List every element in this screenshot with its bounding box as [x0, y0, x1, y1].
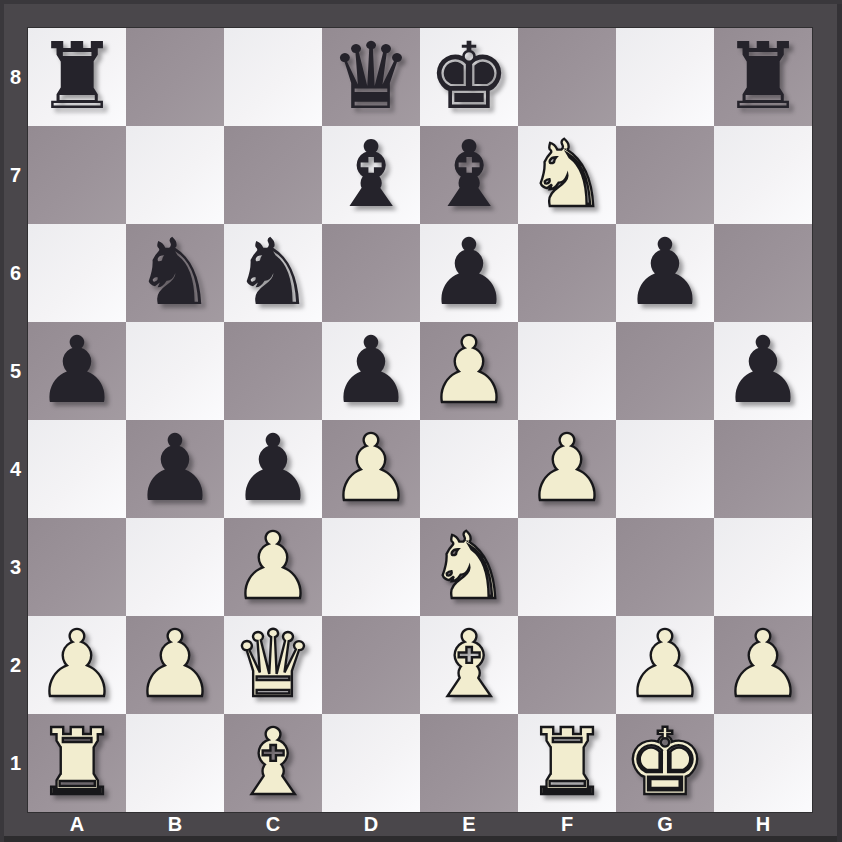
square-c8[interactable]: [224, 28, 322, 126]
file-label-e: E: [420, 812, 518, 836]
square-f1[interactable]: ♜: [518, 714, 616, 812]
piece-white-king: ♚: [624, 714, 706, 812]
piece-black-king: ♚: [428, 28, 510, 126]
rank-label-4: 4: [0, 420, 28, 518]
square-b8[interactable]: [126, 28, 224, 126]
square-b4[interactable]: ♟: [126, 420, 224, 518]
piece-black-pawn: ♟: [428, 224, 510, 322]
rank-labels: 87654321: [0, 28, 28, 812]
square-g1[interactable]: ♚: [616, 714, 714, 812]
square-e2[interactable]: ♝: [420, 616, 518, 714]
square-a4[interactable]: [28, 420, 126, 518]
piece-black-rook: ♜: [36, 28, 118, 126]
square-g4[interactable]: [616, 420, 714, 518]
square-h2[interactable]: ♟: [714, 616, 812, 714]
square-g3[interactable]: [616, 518, 714, 616]
square-g7[interactable]: [616, 126, 714, 224]
square-c7[interactable]: [224, 126, 322, 224]
piece-white-knight: ♞: [526, 126, 608, 224]
square-d1[interactable]: [322, 714, 420, 812]
square-d4[interactable]: ♟: [322, 420, 420, 518]
square-a2[interactable]: ♟: [28, 616, 126, 714]
square-d3[interactable]: [322, 518, 420, 616]
square-h8[interactable]: ♜: [714, 28, 812, 126]
square-h1[interactable]: [714, 714, 812, 812]
rank-label-3: 3: [0, 518, 28, 616]
file-label-h: H: [714, 812, 812, 836]
file-label-c: C: [224, 812, 322, 836]
piece-white-bishop: ♝: [428, 616, 510, 714]
rank-label-7: 7: [0, 126, 28, 224]
board: ♜♛♚♜♝♝♞♞♞♟♟♟♟♟♟♟♟♟♟♟♞♟♟♛♝♟♟♜♝♜♚: [28, 28, 812, 812]
piece-black-pawn: ♟: [232, 420, 314, 518]
square-b6[interactable]: ♞: [126, 224, 224, 322]
rank-label-5: 5: [0, 322, 28, 420]
piece-black-queen: ♛: [330, 28, 412, 126]
square-e8[interactable]: ♚: [420, 28, 518, 126]
file-label-f: F: [518, 812, 616, 836]
square-e3[interactable]: ♞: [420, 518, 518, 616]
piece-black-pawn: ♟: [36, 322, 118, 420]
file-labels: ABCDEFGH: [28, 812, 812, 836]
square-c1[interactable]: ♝: [224, 714, 322, 812]
piece-black-knight: ♞: [134, 224, 216, 322]
rank-label-2: 2: [0, 616, 28, 714]
square-a5[interactable]: ♟: [28, 322, 126, 420]
piece-white-bishop: ♝: [232, 714, 314, 812]
square-h7[interactable]: [714, 126, 812, 224]
piece-black-pawn: ♟: [134, 420, 216, 518]
square-d2[interactable]: [322, 616, 420, 714]
piece-black-rook: ♜: [722, 28, 804, 126]
piece-white-knight: ♞: [428, 518, 510, 616]
square-f8[interactable]: [518, 28, 616, 126]
square-b3[interactable]: [126, 518, 224, 616]
square-f6[interactable]: [518, 224, 616, 322]
piece-black-pawn: ♟: [722, 322, 804, 420]
square-a8[interactable]: ♜: [28, 28, 126, 126]
file-label-d: D: [322, 812, 420, 836]
rank-label-8: 8: [0, 28, 28, 126]
square-b5[interactable]: [126, 322, 224, 420]
piece-white-pawn: ♟: [232, 518, 314, 616]
piece-black-pawn: ♟: [330, 322, 412, 420]
rank-label-1: 1: [0, 714, 28, 812]
square-a7[interactable]: [28, 126, 126, 224]
piece-black-pawn: ♟: [624, 224, 706, 322]
piece-white-pawn: ♟: [330, 420, 412, 518]
square-h5[interactable]: ♟: [714, 322, 812, 420]
chess-board-frame: 87654321 ♜♛♚♜♝♝♞♞♞♟♟♟♟♟♟♟♟♟♟♟♞♟♟♛♝♟♟♜♝♜♚…: [0, 0, 842, 842]
square-d6[interactable]: [322, 224, 420, 322]
piece-black-bishop: ♝: [428, 126, 510, 224]
square-e6[interactable]: ♟: [420, 224, 518, 322]
square-e1[interactable]: [420, 714, 518, 812]
square-f3[interactable]: [518, 518, 616, 616]
file-label-a: A: [28, 812, 126, 836]
square-g5[interactable]: [616, 322, 714, 420]
square-f2[interactable]: [518, 616, 616, 714]
rank-label-6: 6: [0, 224, 28, 322]
piece-black-bishop: ♝: [330, 126, 412, 224]
square-c2[interactable]: ♛: [224, 616, 322, 714]
square-f5[interactable]: [518, 322, 616, 420]
square-d7[interactable]: ♝: [322, 126, 420, 224]
square-h3[interactable]: [714, 518, 812, 616]
square-a6[interactable]: [28, 224, 126, 322]
square-b2[interactable]: ♟: [126, 616, 224, 714]
square-h4[interactable]: [714, 420, 812, 518]
square-g8[interactable]: [616, 28, 714, 126]
piece-black-knight: ♞: [232, 224, 314, 322]
square-e4[interactable]: [420, 420, 518, 518]
square-c5[interactable]: [224, 322, 322, 420]
square-b1[interactable]: [126, 714, 224, 812]
piece-white-pawn: ♟: [624, 616, 706, 714]
piece-white-queen: ♛: [232, 616, 314, 714]
file-label-g: G: [616, 812, 714, 836]
piece-white-pawn: ♟: [36, 616, 118, 714]
square-c3[interactable]: ♟: [224, 518, 322, 616]
square-e5[interactable]: ♟: [420, 322, 518, 420]
file-label-b: B: [126, 812, 224, 836]
square-c6[interactable]: ♞: [224, 224, 322, 322]
square-h6[interactable]: [714, 224, 812, 322]
piece-white-pawn: ♟: [526, 420, 608, 518]
square-c4[interactable]: ♟: [224, 420, 322, 518]
piece-white-pawn: ♟: [722, 616, 804, 714]
square-d8[interactable]: ♛: [322, 28, 420, 126]
piece-white-rook: ♜: [526, 714, 608, 812]
square-f7[interactable]: ♞: [518, 126, 616, 224]
piece-white-pawn: ♟: [428, 322, 510, 420]
piece-white-pawn: ♟: [134, 616, 216, 714]
square-g6[interactable]: ♟: [616, 224, 714, 322]
square-d5[interactable]: ♟: [322, 322, 420, 420]
square-f4[interactable]: ♟: [518, 420, 616, 518]
square-e7[interactable]: ♝: [420, 126, 518, 224]
piece-white-rook: ♜: [36, 714, 118, 812]
square-g2[interactable]: ♟: [616, 616, 714, 714]
square-b7[interactable]: [126, 126, 224, 224]
square-a3[interactable]: [28, 518, 126, 616]
square-a1[interactable]: ♜: [28, 714, 126, 812]
